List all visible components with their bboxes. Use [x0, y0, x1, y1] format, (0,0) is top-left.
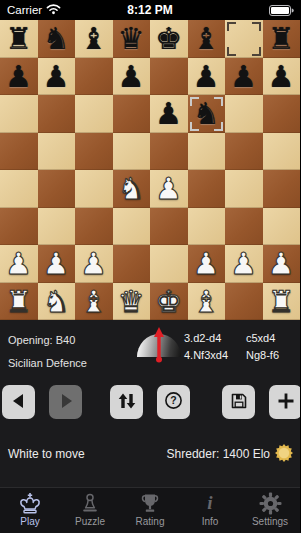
toolbar-group-2: ?: [110, 385, 190, 419]
black-rook: ♜: [263, 20, 301, 58]
toolbar-group-3: [222, 385, 300, 419]
square-a6[interactable]: [0, 95, 38, 133]
white-move: 4.Nf3xd4: [184, 347, 246, 364]
evaluation-gauge: [136, 320, 182, 380]
last-move-marker: [190, 122, 199, 131]
square-a4[interactable]: [0, 170, 38, 208]
square-e4[interactable]: ♟: [150, 170, 188, 208]
white-pawn: ♟: [263, 245, 301, 283]
info-panel: Opening: B40 Sicilian Defence 3.d2-d4c5x…: [0, 320, 300, 380]
white-rook: ♜: [0, 283, 38, 321]
square-f7[interactable]: ♟: [188, 58, 226, 96]
last-move-marker: [252, 47, 261, 56]
gear-icon: [259, 492, 282, 514]
last-move-marker: [227, 47, 236, 56]
square-b8[interactable]: ♞: [38, 20, 76, 58]
black-bishop: ♝: [188, 20, 226, 58]
move-list: 3.d2-d4c5xd44.Nf3xd4Ng8-f6: [184, 330, 290, 380]
square-b7[interactable]: ♟: [38, 58, 76, 96]
black-pawn: ♟: [263, 58, 301, 96]
trophy-icon: [138, 492, 162, 514]
black-pawn: ♟: [38, 58, 76, 96]
sun-badge-icon[interactable]: [274, 443, 294, 466]
status-row: White to move Shredder: 1400 Elo: [0, 440, 300, 487]
back-button[interactable]: [2, 385, 35, 419]
tab-label: Rating: [136, 516, 165, 527]
tab-play[interactable]: Play: [0, 488, 60, 533]
black-rook: ♜: [0, 20, 38, 58]
hint-button[interactable]: ?: [157, 385, 190, 419]
square-b3[interactable]: [38, 208, 76, 246]
square-h5[interactable]: [263, 133, 301, 171]
square-c8[interactable]: ♝: [75, 20, 113, 58]
tab-label: Play: [20, 516, 39, 527]
status-bar: Carrier 8:12 PM: [0, 0, 300, 20]
white-pawn: ♟: [150, 170, 188, 208]
black-pawn: ♟: [0, 58, 38, 96]
white-pawn: ♟: [75, 245, 113, 283]
square-g5[interactable]: [225, 133, 263, 171]
square-g1[interactable]: [225, 283, 263, 321]
triangle-right-icon: [57, 392, 75, 413]
crown-icon: [17, 492, 43, 514]
square-h1[interactable]: ♜: [263, 283, 301, 321]
square-g4[interactable]: [225, 170, 263, 208]
square-g8[interactable]: [225, 20, 263, 58]
square-c3[interactable]: [75, 208, 113, 246]
square-b1[interactable]: ♞: [38, 283, 76, 321]
last-move-marker: [190, 97, 199, 106]
tab-label: Puzzle: [75, 516, 105, 527]
white-knight: ♞: [38, 283, 76, 321]
square-b4[interactable]: [38, 170, 76, 208]
up-down-arrows-icon: [118, 392, 136, 413]
square-a5[interactable]: [0, 133, 38, 171]
move-row: 3.d2-d4c5xd4: [184, 330, 290, 347]
gauge-needle: [153, 326, 165, 366]
square-d3[interactable]: [113, 208, 151, 246]
black-pawn: ♟: [113, 58, 151, 96]
new-game-button[interactable]: [269, 385, 300, 419]
battery-icon: [269, 5, 294, 16]
square-b5[interactable]: [38, 133, 76, 171]
info-icon: i: [202, 492, 218, 514]
black-pawn: ♟: [150, 95, 188, 133]
opening-code: Opening: B40: [8, 329, 136, 352]
square-h8[interactable]: ♜: [263, 20, 301, 58]
white-pawn: ♟: [188, 245, 226, 283]
tab-label: Info: [202, 516, 219, 527]
turn-indicator: White to move: [8, 447, 85, 461]
black-pawn: ♟: [188, 58, 226, 96]
square-g3[interactable]: [225, 208, 263, 246]
white-bishop: ♝: [188, 283, 226, 321]
tab-label: Settings: [252, 516, 288, 527]
plus-icon: [277, 392, 295, 413]
square-g6[interactable]: [225, 95, 263, 133]
square-h7[interactable]: ♟: [263, 58, 301, 96]
square-c6[interactable]: [75, 95, 113, 133]
takeback-moves-button[interactable]: [110, 385, 143, 419]
square-c1[interactable]: ♝: [75, 283, 113, 321]
square-e6[interactable]: ♟: [150, 95, 188, 133]
square-h3[interactable]: [263, 208, 301, 246]
white-pawn: ♟: [38, 245, 76, 283]
last-move-marker: [214, 97, 223, 106]
black-bishop: ♝: [75, 20, 113, 58]
square-g2[interactable]: ♟: [225, 245, 263, 283]
white-move: 3.d2-d4: [184, 330, 246, 347]
toolbar-group-1: [2, 385, 82, 419]
svg-text:i: i: [207, 492, 213, 513]
square-d1[interactable]: ♛: [113, 283, 151, 321]
engine-level-label[interactable]: Shredder: 1400 Elo: [167, 447, 270, 461]
square-c2[interactable]: ♟: [75, 245, 113, 283]
black-queen: ♛: [113, 20, 151, 58]
last-move-marker: [214, 122, 223, 131]
square-f4[interactable]: [188, 170, 226, 208]
square-c4[interactable]: [75, 170, 113, 208]
square-h6[interactable]: [263, 95, 301, 133]
square-a8[interactable]: ♜: [0, 20, 38, 58]
square-h2[interactable]: ♟: [263, 245, 301, 283]
square-f8[interactable]: ♝: [188, 20, 226, 58]
square-f2[interactable]: ♟: [188, 245, 226, 283]
square-e8[interactable]: ♚: [150, 20, 188, 58]
square-b6[interactable]: [38, 95, 76, 133]
tab-bar: PlayPuzzleRatingiInfoSettings: [0, 487, 300, 533]
white-pawn: ♟: [0, 245, 38, 283]
toolbar: ?: [0, 380, 300, 440]
square-d8[interactable]: ♛: [113, 20, 151, 58]
square-d7[interactable]: ♟: [113, 58, 151, 96]
square-e2[interactable]: [150, 245, 188, 283]
black-pawn: ♟: [225, 58, 263, 96]
square-c5[interactable]: [75, 133, 113, 171]
square-c7[interactable]: [75, 58, 113, 96]
square-h4[interactable]: [263, 170, 301, 208]
white-queen: ♛: [113, 283, 151, 321]
white-king: ♚: [150, 283, 188, 321]
white-knight: ♞: [113, 170, 151, 208]
pawn-icon: [79, 492, 101, 514]
question-mark-icon: ?: [164, 391, 183, 413]
black-move: Ng8-f6: [246, 347, 290, 364]
square-d4[interactable]: ♞: [113, 170, 151, 208]
white-rook: ♜: [263, 283, 301, 321]
square-d5[interactable]: [113, 133, 151, 171]
square-f1[interactable]: ♝: [188, 283, 226, 321]
square-a1[interactable]: ♜: [0, 283, 38, 321]
tab-rating[interactable]: Rating: [120, 488, 180, 533]
tab-puzzle[interactable]: Puzzle: [60, 488, 120, 533]
square-e1[interactable]: ♚: [150, 283, 188, 321]
square-a3[interactable]: [0, 208, 38, 246]
square-e7[interactable]: [150, 58, 188, 96]
square-d6[interactable]: [113, 95, 151, 133]
square-e5[interactable]: [150, 133, 188, 171]
square-a2[interactable]: ♟: [0, 245, 38, 283]
black-move: c5xd4: [246, 330, 290, 347]
square-a7[interactable]: ♟: [0, 58, 38, 96]
last-move-marker: [227, 22, 236, 31]
floppy-disk-icon: [230, 392, 248, 413]
white-pawn: ♟: [225, 245, 263, 283]
square-g7[interactable]: ♟: [225, 58, 263, 96]
opening-name: Sicilian Defence: [8, 352, 136, 375]
white-bishop: ♝: [75, 283, 113, 321]
clock-time: 8:12 PM: [0, 3, 300, 17]
svg-text:?: ?: [170, 394, 176, 406]
square-d2[interactable]: [113, 245, 151, 283]
forward-button[interactable]: [49, 385, 82, 419]
square-f3[interactable]: [188, 208, 226, 246]
black-knight: ♞: [38, 20, 76, 58]
save-button[interactable]: [222, 385, 255, 419]
square-f6[interactable]: ♞: [188, 95, 226, 133]
app-screen: Carrier 8:12 PM ♜♞♝♛♚♝♜♟♟♟♟♟♟♟♞♞♟♟♟♟♟♟♟♜…: [0, 0, 300, 533]
square-e3[interactable]: [150, 208, 188, 246]
square-b2[interactable]: ♟: [38, 245, 76, 283]
tab-settings[interactable]: Settings: [240, 488, 300, 533]
tab-info[interactable]: iInfo: [180, 488, 240, 533]
last-move-marker: [252, 22, 261, 31]
black-king: ♚: [150, 20, 188, 58]
square-f5[interactable]: [188, 133, 226, 171]
chess-board: ♜♞♝♛♚♝♜♟♟♟♟♟♟♟♞♞♟♟♟♟♟♟♟♜♞♝♛♚♝♜: [0, 20, 300, 320]
triangle-left-icon: [10, 392, 28, 413]
move-row: 4.Nf3xd4Ng8-f6: [184, 347, 290, 364]
